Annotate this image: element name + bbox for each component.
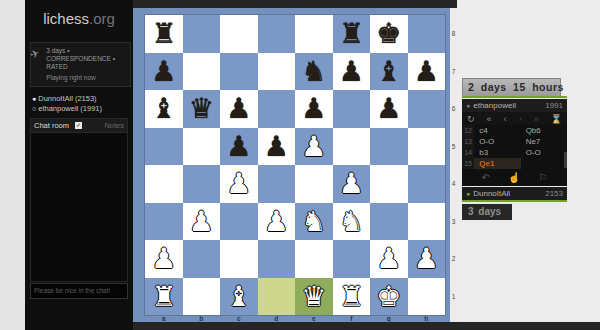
game-actions: ↶ ☝ ⚐ — [462, 169, 567, 186]
square-b5[interactable] — [183, 128, 221, 166]
white-color-icon: ● — [32, 95, 36, 102]
bottom-dark-strip — [457, 322, 600, 330]
square-b4[interactable] — [183, 165, 221, 203]
piece-bP-c5[interactable]: ♟ — [220, 128, 258, 166]
square-f7[interactable]: ♟ — [333, 53, 371, 91]
square-d5[interactable]: ♟ — [258, 128, 296, 166]
square-d1[interactable] — [258, 278, 296, 316]
prev-move-icon[interactable]: ‹ — [504, 114, 507, 124]
chat-input[interactable]: Please be nice in the chat! — [30, 283, 128, 299]
piece-wP-b3[interactable]: ♟ — [183, 203, 221, 241]
piece-bK-g8[interactable]: ♚ — [370, 15, 408, 53]
move-number: 15 — [462, 158, 474, 169]
top-player-bar[interactable]: ● ethanpowell 1991 — [462, 99, 567, 112]
move-number: 12 — [462, 125, 474, 136]
piece-wR-a1[interactable]: ♜ — [145, 278, 183, 316]
square-a8[interactable]: ♜ — [145, 15, 183, 53]
bottom-clock-progress-bar — [462, 200, 567, 202]
piece-wP-h2[interactable]: ♟ — [408, 240, 446, 278]
square-d2[interactable] — [258, 240, 296, 278]
square-a5[interactable] — [145, 128, 183, 166]
square-e5[interactable]: ♟ — [295, 128, 333, 166]
piece-bR-a8[interactable]: ♜ — [145, 15, 183, 53]
square-f2[interactable] — [333, 240, 371, 278]
move-black[interactable] — [521, 158, 567, 169]
move-white[interactable]: O-O — [474, 136, 520, 147]
move-number: 14 — [462, 147, 474, 158]
move-list: 12c4Qb613O-ONe714b3O-O15Qe1 — [462, 125, 567, 169]
square-f6[interactable] — [333, 90, 371, 128]
game-info-line2: RATED — [46, 63, 130, 71]
move-controls: ↻ « ‹ › » ⌛ — [462, 112, 567, 125]
top-player-clock: 2 days 15 hours — [462, 78, 561, 97]
square-g3[interactable] — [370, 203, 408, 241]
move-white[interactable]: b3 — [474, 147, 520, 158]
square-g4[interactable] — [370, 165, 408, 203]
square-h1[interactable] — [408, 278, 446, 316]
square-e1[interactable]: ♛ — [295, 278, 333, 316]
player-link-black[interactable]: ○ethanpowell (1991) — [32, 104, 130, 114]
square-c3[interactable] — [220, 203, 258, 241]
chat-toggle-checkbox[interactable]: ✓ — [75, 122, 82, 129]
piece-bP-f7[interactable]: ♟ — [333, 53, 371, 91]
move-row: 13O-ONe7 — [462, 136, 567, 147]
piece-wP-d3[interactable]: ♟ — [258, 203, 296, 241]
square-c5[interactable]: ♟ — [220, 128, 258, 166]
square-h5[interactable] — [408, 128, 446, 166]
move-list-scrollbar[interactable] — [564, 152, 567, 168]
square-g8[interactable]: ♚ — [370, 15, 408, 53]
square-a3[interactable] — [145, 203, 183, 241]
square-g2[interactable]: ♟ — [370, 240, 408, 278]
piece-bP-c6[interactable]: ♟ — [220, 90, 258, 128]
flip-board-icon[interactable]: ↻ — [467, 114, 475, 124]
game-status: Playing right now — [46, 74, 130, 82]
resign-flag-icon[interactable]: ⚐ — [538, 172, 547, 183]
square-g1[interactable]: ♚ — [370, 278, 408, 316]
piece-bP-d5[interactable]: ♟ — [258, 128, 296, 166]
square-e2[interactable] — [295, 240, 333, 278]
last-move-icon[interactable]: » — [534, 114, 539, 124]
rank-coordinates: 87654321 — [450, 8, 457, 322]
piece-wP-a2[interactable]: ♟ — [145, 240, 183, 278]
square-f8[interactable]: ♜ — [333, 15, 371, 53]
square-f4[interactable]: ♟ — [333, 165, 371, 203]
file-label-b: b — [183, 315, 221, 323]
square-h2[interactable]: ♟ — [408, 240, 446, 278]
piece-wP-e5[interactable]: ♟ — [295, 128, 333, 166]
square-c1[interactable]: ♝ — [220, 278, 258, 316]
draw-offer-icon[interactable]: ☝ — [508, 172, 520, 183]
square-e8[interactable] — [295, 15, 333, 53]
piece-bQ-b6[interactable]: ♛ — [183, 90, 221, 128]
piece-bB-g7[interactable]: ♝ — [370, 53, 408, 91]
square-d6[interactable] — [258, 90, 296, 128]
next-move-icon[interactable]: › — [519, 114, 522, 124]
piece-bP-a7[interactable]: ♟ — [145, 53, 183, 91]
top-player-rating: 1991 — [545, 101, 563, 110]
rank-label-5: 5 — [450, 128, 457, 166]
bottom-player-rating: 2153 — [545, 189, 563, 198]
file-label-c: c — [220, 315, 258, 323]
game-info-line1: 3 days • CORRESPONDENCE • — [46, 47, 130, 63]
piece-bP-g6[interactable]: ♟ — [370, 90, 408, 128]
square-c6[interactable]: ♟ — [220, 90, 258, 128]
square-c2[interactable] — [220, 240, 258, 278]
square-c4[interactable]: ♟ — [220, 165, 258, 203]
square-a6[interactable]: ♝ — [145, 90, 183, 128]
square-g6[interactable]: ♟ — [370, 90, 408, 128]
square-d8[interactable] — [258, 15, 296, 53]
tab-notes[interactable]: Notes — [104, 121, 124, 130]
square-f1[interactable]: ♜ — [333, 278, 371, 316]
bottom-player-clock: 3 days — [462, 204, 512, 220]
square-e6[interactable]: ♟ — [295, 90, 333, 128]
square-g7[interactable]: ♝ — [370, 53, 408, 91]
move-row: 15Qe1 — [462, 158, 567, 169]
square-b3[interactable]: ♟ — [183, 203, 221, 241]
move-white[interactable]: c4 — [474, 125, 520, 136]
file-label-d: d — [258, 315, 296, 323]
top-clock-progress-bar — [462, 96, 567, 98]
square-h7[interactable]: ♟ — [408, 53, 446, 91]
player-white-label: DunnoItAll (2153) — [38, 94, 96, 103]
move-black[interactable]: O-O — [521, 147, 567, 158]
file-label-h: h — [408, 315, 446, 323]
takeback-icon[interactable]: ↶ — [482, 172, 490, 183]
square-h4[interactable] — [408, 165, 446, 203]
square-f5[interactable] — [333, 128, 371, 166]
board-area: ♜♜♚♟♞♟♝♟♝♛♟♟♟♟♟♟♟♟♟♟♞♞♟♟♟♜♝♛♜♚ abcdefgh … — [133, 0, 457, 330]
move-row: 12c4Qb6 — [462, 125, 567, 136]
piece-bP-e6[interactable]: ♟ — [295, 90, 333, 128]
square-h6[interactable] — [408, 90, 446, 128]
piece-wQ-e1[interactable]: ♛ — [295, 278, 333, 316]
square-h3[interactable] — [408, 203, 446, 241]
online-status-icon: ● — [466, 190, 470, 197]
piece-bB-a6[interactable]: ♝ — [145, 90, 183, 128]
online-status-icon: ● — [466, 102, 470, 109]
file-label-f: f — [333, 315, 371, 323]
piece-wR-f1[interactable]: ♜ — [333, 278, 371, 316]
rank-label-3: 3 — [450, 203, 457, 241]
square-b2[interactable] — [183, 240, 221, 278]
file-label-e: e — [295, 315, 333, 323]
move-white[interactable]: Qe1 — [474, 158, 520, 169]
analysis-board-icon[interactable]: ⌛ — [551, 114, 562, 124]
square-c8[interactable] — [220, 15, 258, 53]
square-d7[interactable] — [258, 53, 296, 91]
piece-wP-c4[interactable]: ♟ — [220, 165, 258, 203]
game-info-box: ✈ 3 days • CORRESPONDENCE • RATED Playin… — [30, 42, 131, 87]
logo-main: lichess — [43, 10, 89, 27]
move-black[interactable]: Ne7 — [521, 136, 567, 147]
square-e4[interactable] — [295, 165, 333, 203]
square-h8[interactable] — [408, 15, 446, 53]
rank-label-7: 7 — [450, 53, 457, 91]
piece-wP-g2[interactable]: ♟ — [370, 240, 408, 278]
move-black[interactable]: Qb6 — [521, 125, 567, 136]
square-g5[interactable] — [370, 128, 408, 166]
bottom-player-name: DunnoItAll — [473, 189, 510, 198]
board-frame: ♜♜♚♟♞♟♝♟♝♛♟♟♟♟♟♟♟♟♟♟♞♞♟♟♟♜♝♛♜♚ abcdefgh — [133, 8, 450, 322]
piece-wK-g1[interactable]: ♚ — [370, 278, 408, 316]
rank-label-4: 4 — [450, 165, 457, 203]
file-label-a: a — [145, 315, 183, 323]
rank-label-1: 1 — [450, 278, 457, 316]
right-panel: 2 days 15 hours ● ethanpowell 1991 ↻ « ‹… — [457, 0, 600, 330]
square-c7[interactable] — [220, 53, 258, 91]
chess-board: ♜♜♚♟♞♟♝♟♝♛♟♟♟♟♟♟♟♟♟♟♞♞♟♟♟♜♝♛♜♚ — [145, 15, 445, 315]
rank-label-6: 6 — [450, 90, 457, 128]
square-b7[interactable] — [183, 53, 221, 91]
square-e3[interactable]: ♞ — [295, 203, 333, 241]
file-coordinates: abcdefgh — [145, 315, 445, 322]
chat-messages — [31, 133, 127, 280]
piece-wN-f3[interactable]: ♞ — [333, 203, 371, 241]
piece-bP-h7[interactable]: ♟ — [408, 53, 446, 91]
player-black-label: ethanpowell (1991) — [38, 104, 102, 113]
square-e7[interactable]: ♞ — [295, 53, 333, 91]
square-a1[interactable]: ♜ — [145, 278, 183, 316]
square-a7[interactable]: ♟ — [145, 53, 183, 91]
move-number: 13 — [462, 136, 474, 147]
square-b8[interactable] — [183, 15, 221, 53]
piece-bR-f8[interactable]: ♜ — [333, 15, 371, 53]
chat-panel: Chat room ✓ Notes — [30, 118, 128, 282]
rank-label-2: 2 — [450, 240, 457, 278]
piece-wP-f4[interactable]: ♟ — [333, 165, 371, 203]
bottom-player-bar[interactable]: ● DunnoItAll 2153 — [462, 187, 567, 200]
piece-wB-c1[interactable]: ♝ — [220, 278, 258, 316]
top-player-name: ethanpowell — [473, 101, 516, 110]
logo-suffix: .org — [89, 10, 115, 27]
tab-chat-room[interactable]: Chat room — [34, 121, 69, 130]
black-color-icon: ○ — [32, 105, 36, 112]
square-a2[interactable]: ♟ — [145, 240, 183, 278]
lichess-logo[interactable]: lichess.org — [25, 10, 133, 27]
first-move-icon[interactable]: « — [487, 114, 492, 124]
file-label-g: g — [370, 315, 408, 323]
square-f3[interactable]: ♞ — [333, 203, 371, 241]
rank-label-8: 8 — [450, 15, 457, 53]
square-d4[interactable] — [258, 165, 296, 203]
square-b1[interactable] — [183, 278, 221, 316]
square-d3[interactable]: ♟ — [258, 203, 296, 241]
left-sidebar: lichess.org ✈ 3 days • CORRESPONDENCE • … — [25, 0, 133, 330]
piece-wN-e3[interactable]: ♞ — [295, 203, 333, 241]
move-row: 14b3O-O — [462, 147, 567, 158]
piece-bN-e7[interactable]: ♞ — [295, 53, 333, 91]
square-b6[interactable]: ♛ — [183, 90, 221, 128]
square-a4[interactable] — [145, 165, 183, 203]
player-link-white[interactable]: ●DunnoItAll (2153) — [32, 94, 130, 104]
